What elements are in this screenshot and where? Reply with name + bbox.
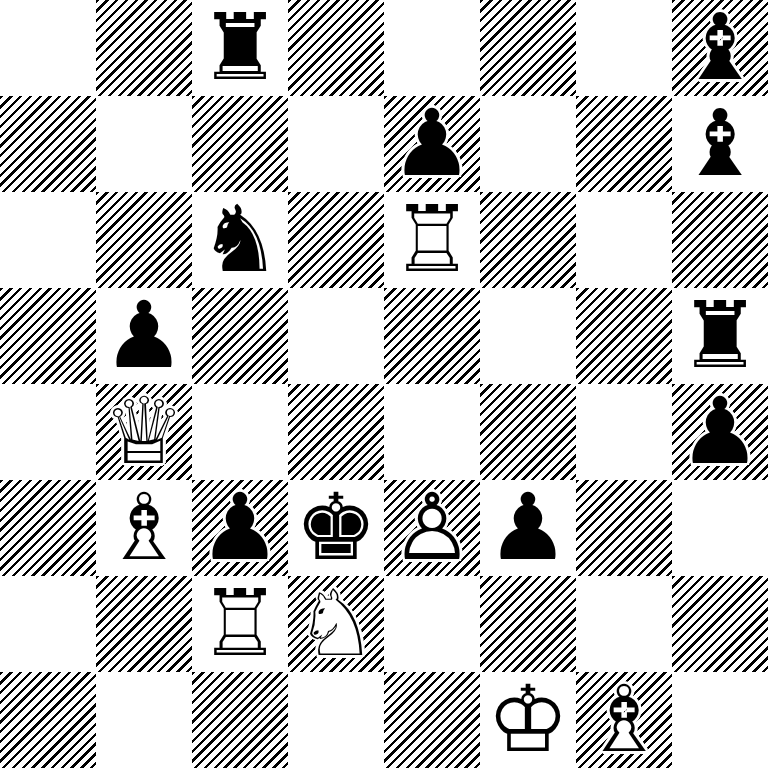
square-a3[interactable] xyxy=(0,480,96,576)
square-g1[interactable]: ♝♗ xyxy=(576,672,672,768)
piece-white-pawn: ♙ xyxy=(384,480,480,576)
square-f3[interactable]: ♟ xyxy=(480,480,576,576)
white-rook-fill: ♜ xyxy=(384,192,480,288)
square-b8[interactable] xyxy=(96,0,192,96)
square-h6[interactable] xyxy=(672,192,768,288)
white-rook-fill: ♜ xyxy=(192,576,288,672)
piece-white-bishop: ♗ xyxy=(576,672,672,768)
piece-white-knight: ♘ xyxy=(288,576,384,672)
square-f7[interactable] xyxy=(480,96,576,192)
square-f1[interactable]: ♚♔ xyxy=(480,672,576,768)
square-f8[interactable] xyxy=(480,0,576,96)
square-e7[interactable]: ♟ xyxy=(384,96,480,192)
square-a5[interactable] xyxy=(0,288,96,384)
square-b3[interactable]: ♝♗ xyxy=(96,480,192,576)
white-queen-fill: ♛ xyxy=(96,384,192,480)
piece-black-pawn: ♟ xyxy=(672,384,768,480)
square-c4[interactable] xyxy=(192,384,288,480)
square-d8[interactable] xyxy=(288,0,384,96)
square-a8[interactable] xyxy=(0,0,96,96)
square-h2[interactable] xyxy=(672,576,768,672)
square-g5[interactable] xyxy=(576,288,672,384)
square-h3[interactable] xyxy=(672,480,768,576)
square-f4[interactable] xyxy=(480,384,576,480)
square-c3[interactable]: ♟ xyxy=(192,480,288,576)
square-h5[interactable]: ♜ xyxy=(672,288,768,384)
piece-black-rook: ♜ xyxy=(192,0,288,96)
square-g8[interactable] xyxy=(576,0,672,96)
chess-board: ♜♝♟♝♞♜♖♟♜♛♕♟♝♗♟♚♟♙♟♜♖♞♘♚♔♝♗ xyxy=(0,0,768,768)
white-knight-fill: ♞ xyxy=(288,576,384,672)
piece-white-queen: ♕ xyxy=(96,384,192,480)
piece-black-pawn: ♟ xyxy=(384,96,480,192)
square-g4[interactable] xyxy=(576,384,672,480)
square-d7[interactable] xyxy=(288,96,384,192)
square-f5[interactable] xyxy=(480,288,576,384)
square-e5[interactable] xyxy=(384,288,480,384)
square-a6[interactable] xyxy=(0,192,96,288)
square-d4[interactable] xyxy=(288,384,384,480)
square-a4[interactable] xyxy=(0,384,96,480)
square-c6[interactable]: ♞ xyxy=(192,192,288,288)
square-b2[interactable] xyxy=(96,576,192,672)
square-e8[interactable] xyxy=(384,0,480,96)
square-d1[interactable] xyxy=(288,672,384,768)
square-b6[interactable] xyxy=(96,192,192,288)
square-f6[interactable] xyxy=(480,192,576,288)
square-b7[interactable] xyxy=(96,96,192,192)
white-pawn-fill: ♟ xyxy=(384,480,480,576)
piece-black-pawn: ♟ xyxy=(480,480,576,576)
square-a2[interactable] xyxy=(0,576,96,672)
square-a1[interactable] xyxy=(0,672,96,768)
square-h4[interactable]: ♟ xyxy=(672,384,768,480)
square-d2[interactable]: ♞♘ xyxy=(288,576,384,672)
square-g2[interactable] xyxy=(576,576,672,672)
square-g6[interactable] xyxy=(576,192,672,288)
piece-black-pawn: ♟ xyxy=(192,480,288,576)
square-c5[interactable] xyxy=(192,288,288,384)
square-f2[interactable] xyxy=(480,576,576,672)
square-b5[interactable]: ♟ xyxy=(96,288,192,384)
square-b1[interactable] xyxy=(96,672,192,768)
white-bishop-fill: ♝ xyxy=(96,480,192,576)
square-e1[interactable] xyxy=(384,672,480,768)
square-d3[interactable]: ♚ xyxy=(288,480,384,576)
piece-white-rook: ♖ xyxy=(384,192,480,288)
square-e4[interactable] xyxy=(384,384,480,480)
square-h1[interactable] xyxy=(672,672,768,768)
piece-black-king: ♚ xyxy=(288,480,384,576)
square-c7[interactable] xyxy=(192,96,288,192)
square-c2[interactable]: ♜♖ xyxy=(192,576,288,672)
white-king-fill: ♚ xyxy=(480,672,576,768)
square-h7[interactable]: ♝ xyxy=(672,96,768,192)
square-g7[interactable] xyxy=(576,96,672,192)
square-e6[interactable]: ♜♖ xyxy=(384,192,480,288)
square-c8[interactable]: ♜ xyxy=(192,0,288,96)
square-b4[interactable]: ♛♕ xyxy=(96,384,192,480)
piece-white-bishop: ♗ xyxy=(96,480,192,576)
piece-white-rook: ♖ xyxy=(192,576,288,672)
white-bishop-fill: ♝ xyxy=(576,672,672,768)
square-c1[interactable] xyxy=(192,672,288,768)
square-d5[interactable] xyxy=(288,288,384,384)
square-e3[interactable]: ♟♙ xyxy=(384,480,480,576)
piece-white-king: ♔ xyxy=(480,672,576,768)
square-h8[interactable]: ♝ xyxy=(672,0,768,96)
piece-black-rook: ♜ xyxy=(672,288,768,384)
square-d6[interactable] xyxy=(288,192,384,288)
square-g3[interactable] xyxy=(576,480,672,576)
piece-black-bishop: ♝ xyxy=(672,96,768,192)
piece-black-bishop: ♝ xyxy=(672,0,768,96)
piece-black-knight: ♞ xyxy=(192,192,288,288)
piece-black-pawn: ♟ xyxy=(96,288,192,384)
square-e2[interactable] xyxy=(384,576,480,672)
square-a7[interactable] xyxy=(0,96,96,192)
